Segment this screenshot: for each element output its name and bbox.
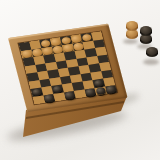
board-grid[interactable] bbox=[19, 31, 117, 104]
board-photo bbox=[0, 0, 160, 160]
dark-piece[interactable] bbox=[105, 85, 116, 93]
offboard-dark-single[interactable] bbox=[146, 47, 159, 61]
offboard-dark-stack[interactable] bbox=[140, 26, 153, 48]
board-frame bbox=[8, 24, 128, 112]
offboard-light-stack[interactable] bbox=[126, 21, 139, 43]
dark-piece-offboard[interactable] bbox=[140, 26, 152, 39]
dark-piece-offboard[interactable] bbox=[146, 47, 158, 60]
light-piece-offboard[interactable] bbox=[126, 21, 138, 34]
square-h8[interactable] bbox=[105, 85, 117, 94]
